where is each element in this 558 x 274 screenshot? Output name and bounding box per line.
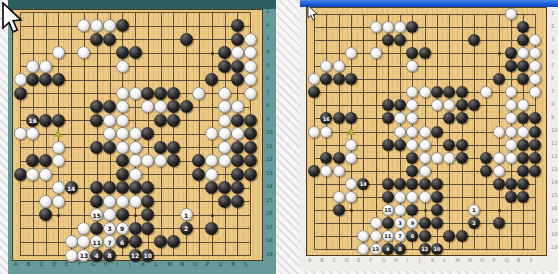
white-stone[interactable] bbox=[394, 191, 406, 203]
white-stone[interactable] bbox=[205, 154, 218, 167]
black-stone[interactable] bbox=[192, 168, 205, 181]
white-stone[interactable] bbox=[419, 139, 431, 151]
white-stone[interactable] bbox=[370, 230, 382, 242]
black-stone[interactable]: 16 bbox=[320, 112, 332, 124]
black-stone[interactable] bbox=[406, 47, 418, 59]
black-stone[interactable] bbox=[231, 19, 244, 32]
black-stone[interactable] bbox=[116, 168, 129, 181]
black-stone[interactable] bbox=[141, 181, 154, 194]
black-stone[interactable] bbox=[431, 178, 443, 190]
white-stone[interactable] bbox=[103, 208, 116, 221]
black-stone[interactable] bbox=[505, 47, 517, 59]
black-stone[interactable] bbox=[141, 87, 154, 100]
white-stone[interactable] bbox=[244, 73, 257, 86]
black-stone[interactable] bbox=[431, 126, 443, 138]
white-stone[interactable] bbox=[505, 8, 517, 20]
black-stone[interactable] bbox=[517, 178, 529, 190]
white-stone[interactable] bbox=[345, 178, 357, 190]
black-stone[interactable] bbox=[529, 139, 541, 151]
white-stone[interactable] bbox=[26, 168, 39, 181]
black-stone[interactable] bbox=[529, 152, 541, 164]
white-stone[interactable] bbox=[218, 154, 231, 167]
black-stone[interactable] bbox=[231, 60, 244, 73]
black-stone[interactable] bbox=[468, 99, 480, 111]
white-stone[interactable] bbox=[529, 47, 541, 59]
black-stone[interactable]: 6 bbox=[116, 235, 129, 248]
white-stone[interactable]: 7 bbox=[394, 230, 406, 242]
black-stone[interactable]: 8 bbox=[103, 249, 116, 262]
black-stone[interactable] bbox=[129, 46, 142, 59]
black-stone[interactable] bbox=[406, 21, 418, 33]
white-stone[interactable] bbox=[77, 235, 90, 248]
black-stone[interactable] bbox=[320, 152, 332, 164]
black-stone[interactable] bbox=[529, 165, 541, 177]
white-stone[interactable] bbox=[505, 152, 517, 164]
white-stone[interactable] bbox=[192, 87, 205, 100]
black-stone[interactable] bbox=[231, 168, 244, 181]
black-stone[interactable] bbox=[333, 152, 345, 164]
black-stone[interactable] bbox=[39, 208, 52, 221]
black-stone[interactable] bbox=[167, 154, 180, 167]
white-stone[interactable] bbox=[154, 154, 167, 167]
white-stone[interactable] bbox=[103, 195, 116, 208]
white-stone[interactable]: 3 bbox=[103, 222, 116, 235]
black-stone[interactable] bbox=[218, 181, 231, 194]
white-stone[interactable]: 9 bbox=[116, 222, 129, 235]
black-stone[interactable] bbox=[431, 86, 443, 98]
black-stone[interactable] bbox=[517, 139, 529, 151]
black-stone[interactable] bbox=[517, 21, 529, 33]
black-stone[interactable] bbox=[443, 86, 455, 98]
black-stone[interactable] bbox=[192, 154, 205, 167]
black-stone[interactable] bbox=[456, 99, 468, 111]
black-stone[interactable] bbox=[419, 178, 431, 190]
white-stone[interactable] bbox=[231, 46, 244, 59]
black-stone[interactable] bbox=[456, 112, 468, 124]
white-stone[interactable] bbox=[345, 47, 357, 59]
black-stone[interactable] bbox=[116, 19, 129, 32]
white-stone[interactable] bbox=[370, 47, 382, 59]
black-stone[interactable] bbox=[493, 73, 505, 85]
white-stone[interactable]: 1 bbox=[180, 208, 193, 221]
black-stone[interactable] bbox=[419, 47, 431, 59]
white-stone[interactable] bbox=[116, 87, 129, 100]
black-stone[interactable] bbox=[517, 34, 529, 46]
black-stone[interactable] bbox=[26, 73, 39, 86]
black-stone[interactable] bbox=[244, 114, 257, 127]
white-stone[interactable] bbox=[517, 99, 529, 111]
black-stone[interactable] bbox=[103, 100, 116, 113]
white-stone[interactable] bbox=[103, 19, 116, 32]
white-stone[interactable] bbox=[77, 222, 90, 235]
right-window-titlebar[interactable] bbox=[300, 0, 558, 7]
white-stone[interactable] bbox=[493, 152, 505, 164]
white-stone[interactable] bbox=[406, 112, 418, 124]
black-stone[interactable] bbox=[103, 141, 116, 154]
black-stone[interactable] bbox=[129, 235, 142, 248]
white-stone[interactable] bbox=[244, 33, 257, 46]
white-stone[interactable] bbox=[419, 152, 431, 164]
white-stone[interactable] bbox=[480, 86, 492, 98]
black-stone[interactable]: 8 bbox=[394, 243, 406, 255]
white-stone[interactable] bbox=[345, 139, 357, 151]
white-stone[interactable] bbox=[141, 100, 154, 113]
black-stone[interactable] bbox=[394, 34, 406, 46]
white-stone[interactable] bbox=[231, 100, 244, 113]
black-stone[interactable] bbox=[218, 46, 231, 59]
black-stone[interactable] bbox=[103, 33, 116, 46]
white-stone[interactable] bbox=[431, 99, 443, 111]
black-stone[interactable] bbox=[116, 154, 129, 167]
black-stone[interactable] bbox=[218, 60, 231, 73]
black-stone[interactable] bbox=[205, 181, 218, 194]
black-stone[interactable] bbox=[116, 46, 129, 59]
black-stone[interactable] bbox=[505, 60, 517, 72]
white-stone[interactable] bbox=[419, 86, 431, 98]
black-stone[interactable]: 16 bbox=[26, 114, 39, 127]
black-stone[interactable]: 4 bbox=[382, 243, 394, 255]
white-stone[interactable] bbox=[406, 86, 418, 98]
black-stone[interactable] bbox=[244, 127, 257, 140]
black-stone[interactable] bbox=[382, 178, 394, 190]
right-go-board[interactable]: 1614151392117613481210 bbox=[306, 7, 547, 256]
black-stone[interactable] bbox=[90, 222, 103, 235]
black-stone[interactable] bbox=[39, 154, 52, 167]
white-stone[interactable] bbox=[333, 60, 345, 72]
white-stone[interactable] bbox=[443, 99, 455, 111]
black-stone[interactable] bbox=[394, 178, 406, 190]
black-stone[interactable] bbox=[90, 114, 103, 127]
black-stone[interactable] bbox=[333, 73, 345, 85]
black-stone[interactable] bbox=[90, 195, 103, 208]
black-stone[interactable] bbox=[443, 230, 455, 242]
black-stone[interactable] bbox=[382, 217, 394, 229]
black-stone[interactable] bbox=[167, 87, 180, 100]
white-stone[interactable] bbox=[308, 73, 320, 85]
white-stone[interactable] bbox=[320, 126, 332, 138]
black-stone[interactable] bbox=[14, 87, 27, 100]
black-stone[interactable] bbox=[419, 230, 431, 242]
black-stone[interactable] bbox=[493, 178, 505, 190]
white-stone[interactable] bbox=[394, 126, 406, 138]
white-stone[interactable] bbox=[529, 60, 541, 72]
white-stone[interactable] bbox=[65, 235, 78, 248]
black-stone[interactable] bbox=[90, 181, 103, 194]
white-stone[interactable] bbox=[357, 243, 369, 255]
black-stone[interactable] bbox=[52, 73, 65, 86]
white-stone[interactable] bbox=[129, 87, 142, 100]
white-stone[interactable] bbox=[345, 191, 357, 203]
white-stone[interactable] bbox=[116, 60, 129, 73]
black-stone[interactable] bbox=[39, 114, 52, 127]
white-stone[interactable] bbox=[39, 195, 52, 208]
black-stone[interactable] bbox=[180, 100, 193, 113]
white-stone[interactable] bbox=[308, 126, 320, 138]
black-stone[interactable]: 12 bbox=[419, 243, 431, 255]
black-stone[interactable] bbox=[218, 195, 231, 208]
black-stone[interactable] bbox=[167, 141, 180, 154]
black-stone[interactable] bbox=[167, 235, 180, 248]
black-stone[interactable] bbox=[480, 152, 492, 164]
black-stone[interactable] bbox=[244, 168, 257, 181]
white-stone[interactable] bbox=[394, 112, 406, 124]
black-stone[interactable] bbox=[517, 60, 529, 72]
black-stone[interactable] bbox=[180, 33, 193, 46]
white-stone[interactable] bbox=[505, 112, 517, 124]
white-stone[interactable] bbox=[443, 152, 455, 164]
black-stone[interactable] bbox=[529, 126, 541, 138]
black-stone[interactable] bbox=[244, 154, 257, 167]
black-stone[interactable] bbox=[431, 191, 443, 203]
black-stone[interactable]: 12 bbox=[129, 249, 142, 262]
white-stone[interactable] bbox=[218, 114, 231, 127]
black-stone[interactable] bbox=[456, 139, 468, 151]
white-stone[interactable] bbox=[116, 195, 129, 208]
black-stone[interactable] bbox=[141, 208, 154, 221]
black-stone[interactable]: 2 bbox=[468, 217, 480, 229]
white-stone[interactable] bbox=[431, 152, 443, 164]
white-stone[interactable] bbox=[505, 86, 517, 98]
white-stone[interactable] bbox=[529, 34, 541, 46]
white-stone[interactable] bbox=[505, 139, 517, 151]
white-stone[interactable]: 7 bbox=[103, 235, 116, 248]
white-stone[interactable] bbox=[406, 99, 418, 111]
black-stone[interactable] bbox=[443, 139, 455, 151]
white-stone[interactable] bbox=[406, 191, 418, 203]
white-stone[interactable] bbox=[218, 141, 231, 154]
black-stone[interactable] bbox=[141, 222, 154, 235]
black-stone[interactable] bbox=[205, 73, 218, 86]
black-stone[interactable] bbox=[517, 73, 529, 85]
black-stone[interactable]: 2 bbox=[180, 222, 193, 235]
white-stone[interactable] bbox=[14, 127, 27, 140]
black-stone[interactable] bbox=[52, 114, 65, 127]
black-stone[interactable] bbox=[129, 181, 142, 194]
black-stone[interactable] bbox=[517, 165, 529, 177]
black-stone[interactable] bbox=[406, 204, 418, 216]
white-stone[interactable] bbox=[205, 127, 218, 140]
white-stone[interactable] bbox=[244, 46, 257, 59]
black-stone[interactable] bbox=[394, 99, 406, 111]
black-stone[interactable] bbox=[141, 127, 154, 140]
black-stone[interactable] bbox=[517, 112, 529, 124]
white-stone[interactable] bbox=[345, 152, 357, 164]
left-window-title-strip[interactable] bbox=[8, 0, 276, 9]
black-stone[interactable] bbox=[320, 73, 332, 85]
white-stone[interactable] bbox=[26, 60, 39, 73]
white-stone[interactable] bbox=[52, 141, 65, 154]
white-stone[interactable] bbox=[39, 60, 52, 73]
black-stone[interactable] bbox=[394, 139, 406, 151]
black-stone[interactable] bbox=[468, 34, 480, 46]
black-stone[interactable] bbox=[39, 73, 52, 86]
black-stone[interactable]: 14 bbox=[65, 181, 78, 194]
black-stone[interactable] bbox=[419, 217, 431, 229]
white-stone[interactable] bbox=[218, 87, 231, 100]
black-stone[interactable] bbox=[345, 112, 357, 124]
white-stone[interactable] bbox=[77, 46, 90, 59]
white-stone[interactable] bbox=[65, 249, 78, 262]
white-stone[interactable] bbox=[406, 139, 418, 151]
black-stone[interactable] bbox=[382, 191, 394, 203]
black-stone[interactable] bbox=[90, 33, 103, 46]
black-stone[interactable] bbox=[382, 139, 394, 151]
white-stone[interactable] bbox=[103, 114, 116, 127]
white-stone[interactable] bbox=[218, 100, 231, 113]
black-stone[interactable] bbox=[154, 141, 167, 154]
white-stone[interactable] bbox=[129, 141, 142, 154]
black-stone[interactable] bbox=[231, 141, 244, 154]
white-stone[interactable]: 13 bbox=[370, 243, 382, 255]
black-stone[interactable] bbox=[26, 154, 39, 167]
white-stone[interactable] bbox=[244, 87, 257, 100]
white-stone[interactable]: 3 bbox=[394, 217, 406, 229]
black-stone[interactable] bbox=[345, 73, 357, 85]
white-stone[interactable] bbox=[370, 217, 382, 229]
white-stone[interactable] bbox=[129, 154, 142, 167]
white-stone[interactable] bbox=[320, 60, 332, 72]
white-stone[interactable] bbox=[52, 46, 65, 59]
white-stone[interactable] bbox=[52, 154, 65, 167]
white-stone[interactable] bbox=[129, 127, 142, 140]
black-stone[interactable] bbox=[406, 165, 418, 177]
white-stone[interactable] bbox=[52, 195, 65, 208]
white-stone[interactable] bbox=[129, 195, 142, 208]
black-stone[interactable] bbox=[308, 86, 320, 98]
black-stone[interactable] bbox=[431, 217, 443, 229]
black-stone[interactable] bbox=[14, 168, 27, 181]
black-stone[interactable] bbox=[90, 100, 103, 113]
white-stone[interactable] bbox=[505, 99, 517, 111]
black-stone[interactable] bbox=[154, 87, 167, 100]
black-stone[interactable] bbox=[382, 34, 394, 46]
black-stone[interactable] bbox=[456, 152, 468, 164]
white-stone[interactable] bbox=[116, 127, 129, 140]
black-stone[interactable] bbox=[382, 112, 394, 124]
black-stone[interactable] bbox=[308, 165, 320, 177]
white-stone[interactable] bbox=[406, 126, 418, 138]
white-stone[interactable] bbox=[116, 100, 129, 113]
black-stone[interactable] bbox=[231, 195, 244, 208]
black-stone[interactable] bbox=[517, 191, 529, 203]
white-stone[interactable] bbox=[103, 127, 116, 140]
white-stone[interactable] bbox=[529, 86, 541, 98]
black-stone[interactable] bbox=[505, 178, 517, 190]
white-stone[interactable] bbox=[116, 114, 129, 127]
black-stone[interactable] bbox=[90, 141, 103, 154]
white-stone[interactable] bbox=[382, 21, 394, 33]
black-stone[interactable] bbox=[406, 152, 418, 164]
black-stone[interactable] bbox=[231, 114, 244, 127]
white-stone[interactable] bbox=[231, 127, 244, 140]
white-stone[interactable] bbox=[357, 230, 369, 242]
white-stone[interactable] bbox=[205, 168, 218, 181]
white-stone[interactable] bbox=[406, 60, 418, 72]
white-stone[interactable] bbox=[505, 126, 517, 138]
white-stone[interactable] bbox=[419, 191, 431, 203]
black-stone[interactable] bbox=[333, 204, 345, 216]
black-stone[interactable] bbox=[493, 217, 505, 229]
black-stone[interactable]: 6 bbox=[406, 230, 418, 242]
black-stone[interactable] bbox=[116, 208, 129, 221]
white-stone[interactable] bbox=[244, 60, 257, 73]
black-stone[interactable] bbox=[167, 100, 180, 113]
black-stone[interactable] bbox=[382, 99, 394, 111]
black-stone[interactable] bbox=[443, 112, 455, 124]
black-stone[interactable]: 10 bbox=[431, 243, 443, 255]
white-stone[interactable] bbox=[517, 47, 529, 59]
black-stone[interactable]: 4 bbox=[90, 249, 103, 262]
white-stone[interactable] bbox=[39, 168, 52, 181]
black-stone[interactable] bbox=[167, 114, 180, 127]
black-stone[interactable] bbox=[154, 114, 167, 127]
white-stone[interactable] bbox=[333, 191, 345, 203]
white-stone[interactable] bbox=[26, 127, 39, 140]
white-stone[interactable]: 11 bbox=[90, 235, 103, 248]
black-stone[interactable] bbox=[129, 222, 142, 235]
black-stone[interactable] bbox=[141, 195, 154, 208]
black-stone[interactable] bbox=[480, 165, 492, 177]
white-stone[interactable] bbox=[370, 21, 382, 33]
white-stone[interactable] bbox=[493, 165, 505, 177]
black-stone[interactable] bbox=[431, 204, 443, 216]
white-stone[interactable] bbox=[90, 19, 103, 32]
white-stone[interactable] bbox=[320, 165, 332, 177]
white-stone[interactable] bbox=[141, 154, 154, 167]
white-stone[interactable] bbox=[154, 100, 167, 113]
white-stone[interactable]: 15 bbox=[90, 208, 103, 221]
white-stone[interactable] bbox=[394, 21, 406, 33]
white-stone[interactable] bbox=[493, 126, 505, 138]
black-stone[interactable] bbox=[456, 230, 468, 242]
white-stone[interactable] bbox=[529, 73, 541, 85]
white-stone[interactable] bbox=[419, 165, 431, 177]
black-stone[interactable] bbox=[244, 141, 257, 154]
black-stone[interactable] bbox=[529, 112, 541, 124]
black-stone[interactable] bbox=[231, 181, 244, 194]
white-stone[interactable] bbox=[419, 126, 431, 138]
black-stone[interactable] bbox=[154, 235, 167, 248]
black-stone[interactable]: 14 bbox=[357, 178, 369, 190]
black-stone[interactable] bbox=[205, 222, 218, 235]
black-stone[interactable]: 10 bbox=[141, 249, 154, 262]
black-stone[interactable] bbox=[103, 181, 116, 194]
black-stone[interactable] bbox=[231, 33, 244, 46]
white-stone[interactable]: 15 bbox=[382, 204, 394, 216]
white-stone[interactable] bbox=[517, 126, 529, 138]
white-stone[interactable] bbox=[116, 141, 129, 154]
white-stone[interactable]: 1 bbox=[468, 204, 480, 216]
black-stone[interactable] bbox=[505, 191, 517, 203]
white-stone[interactable]: 9 bbox=[406, 217, 418, 229]
white-stone[interactable] bbox=[394, 204, 406, 216]
white-stone[interactable]: 13 bbox=[77, 249, 90, 262]
black-stone[interactable] bbox=[456, 86, 468, 98]
black-stone[interactable] bbox=[231, 73, 244, 86]
black-stone[interactable] bbox=[231, 154, 244, 167]
white-stone[interactable] bbox=[333, 165, 345, 177]
white-stone[interactable] bbox=[14, 73, 27, 86]
left-go-board[interactable]: 1614151392117613481210 bbox=[12, 9, 263, 261]
white-stone[interactable] bbox=[77, 19, 90, 32]
white-stone[interactable] bbox=[52, 181, 65, 194]
black-stone[interactable] bbox=[333, 112, 345, 124]
white-stone[interactable]: 11 bbox=[382, 230, 394, 242]
white-stone[interactable] bbox=[218, 127, 231, 140]
black-stone[interactable] bbox=[406, 178, 418, 190]
black-stone[interactable] bbox=[517, 152, 529, 164]
black-stone[interactable] bbox=[116, 181, 129, 194]
